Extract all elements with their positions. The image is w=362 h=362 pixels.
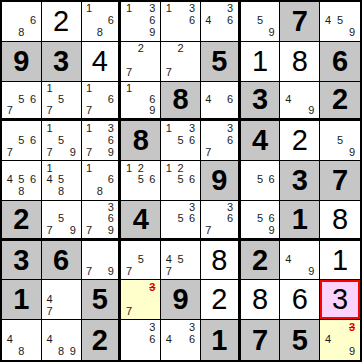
solved-digit: 3: [332, 285, 348, 314]
candidate-digit: 7: [44, 224, 56, 235]
candidate-digit: 4: [282, 254, 294, 266]
candidate-grid: 157: [44, 83, 79, 117]
cell-r2c1[interactable]: 9: [2, 42, 42, 82]
candidate-digit: 8: [16, 186, 28, 198]
candidate-digit: 4: [44, 293, 56, 305]
candidate-digit: 4: [4, 333, 16, 345]
cell-r8c1[interactable]: 1: [2, 280, 42, 320]
candidate-digit: 1: [84, 162, 95, 174]
solved-digit: 1: [252, 47, 268, 76]
cell-r4c1[interactable]: 567: [2, 121, 42, 161]
candidate-digit: 7: [123, 266, 135, 278]
cell-r1c7[interactable]: 59: [241, 2, 281, 42]
cell-r2c5[interactable]: 27: [161, 42, 201, 82]
cell-r5c1[interactable]: 4568: [2, 161, 42, 201]
candidate-digit: 1: [44, 83, 56, 94]
candidate-digit: 8: [94, 27, 105, 39]
candidate-digit: 6: [186, 15, 198, 27]
candidate-digit: 5: [175, 254, 187, 266]
candidate-digit: 9: [67, 146, 79, 158]
candidate-grid: 73: [123, 281, 158, 317]
cell-r4c6[interactable]: 367: [201, 121, 241, 161]
given-digit: 1: [211, 326, 227, 355]
candidate-digit: 3: [186, 122, 198, 134]
candidate-digit: 1: [123, 3, 135, 15]
candidate-digit: 6: [186, 333, 198, 345]
candidate-digit: 3: [186, 3, 198, 15]
cell-r9c8[interactable]: 5: [280, 320, 320, 360]
candidate-digit: 5: [16, 174, 28, 186]
cell-r5c6[interactable]: 9: [201, 161, 241, 201]
candidate-digit: 5: [16, 134, 28, 146]
candidate-digit: 9: [147, 27, 159, 39]
candidate-grid: 1458: [44, 162, 79, 198]
cell-r9c1[interactable]: 48: [2, 320, 42, 360]
candidate-digit: 6: [225, 94, 236, 105]
cell-r2c8[interactable]: 8: [280, 42, 320, 82]
candidate-digit: 8: [16, 27, 28, 39]
candidate-grid: 459: [322, 3, 358, 39]
candidate-grid: 457: [163, 242, 198, 278]
candidate-digit: 1: [44, 162, 56, 174]
candidate-digit: 4: [4, 174, 16, 186]
candidate-digit: 6: [105, 15, 116, 27]
given-digit: 5: [292, 326, 308, 355]
candidate-digit: 7: [4, 146, 16, 158]
cell-r5c9[interactable]: 7: [320, 161, 360, 201]
candidate-digit: 5: [55, 174, 67, 186]
candidate-digit: 9: [266, 224, 278, 235]
candidate-digit: 1: [163, 122, 175, 134]
eliminated-candidate: 3: [147, 281, 159, 293]
cell-r2c2[interactable]: 3: [42, 42, 82, 82]
candidate-digit: 3: [225, 122, 236, 134]
candidate-grid: 46: [203, 83, 236, 117]
candidate-digit: 4: [282, 94, 294, 105]
candidate-digit: 5: [334, 15, 346, 27]
solved-digit: 6: [292, 285, 308, 314]
candidate-digit: 3: [147, 321, 159, 333]
candidate-digit: 5: [55, 213, 67, 224]
given-digit: 6: [53, 246, 69, 275]
cell-r3c9[interactable]: 2: [320, 82, 360, 122]
candidate-digit: 1: [44, 122, 56, 134]
cell-r3c8[interactable]: 49: [280, 82, 320, 122]
cell-r3c1[interactable]: 567: [2, 82, 42, 122]
candidate-digit: 6: [225, 134, 236, 146]
candidate-grid: 346: [203, 3, 236, 39]
candidate-grid: 68: [4, 3, 39, 39]
candidate-digit: 4: [322, 333, 334, 345]
cell-r6c6[interactable]: 367: [201, 201, 241, 241]
candidate-digit: 4: [203, 94, 214, 105]
cell-r7c4[interactable]: 57: [121, 241, 161, 281]
candidate-digit: 9: [346, 346, 358, 358]
given-digit: 5: [211, 47, 227, 76]
candidate-digit: 3: [186, 321, 198, 333]
cell-r2c6[interactable]: 5: [201, 42, 241, 82]
cell-r4c5[interactable]: 1356: [161, 121, 201, 161]
candidate-digit: 6: [266, 174, 278, 186]
candidate-digit: 7: [84, 105, 95, 116]
candidate-digit: 9: [67, 224, 79, 235]
candidate-digit: 7: [84, 146, 95, 158]
candidate-digit: 4: [44, 174, 56, 186]
cell-r7c3[interactable]: 79: [82, 241, 122, 281]
candidate-digit: 7: [84, 266, 95, 278]
given-digit: 4: [252, 126, 268, 155]
candidate-digit: 6: [105, 94, 116, 105]
candidate-digit: 1: [163, 162, 175, 174]
candidate-grid: 1256: [123, 162, 158, 198]
given-digit: 8: [133, 126, 149, 155]
candidate-digit: 5: [55, 134, 67, 146]
cell-r7c5[interactable]: 457: [161, 241, 201, 281]
solved-digit: 1: [332, 246, 348, 275]
cell-r1c3[interactable]: 168: [82, 2, 122, 42]
cell-r7c1[interactable]: 3: [2, 241, 42, 281]
cell-r9c9[interactable]: 493: [320, 320, 360, 360]
candidate-digit: 2: [175, 43, 187, 55]
cell-r2c4[interactable]: 27: [121, 42, 161, 82]
candidate-digit: 7: [203, 224, 214, 235]
cell-r9c2[interactable]: 489: [42, 320, 82, 360]
candidate-grid: 49: [282, 83, 317, 117]
given-digit: 7: [252, 326, 268, 355]
cell-r3c7[interactable]: 3: [241, 82, 281, 122]
cell-r4c2[interactable]: 1579: [42, 121, 82, 161]
cell-r8c3[interactable]: 5: [82, 280, 122, 320]
candidate-grid: 1356: [163, 122, 198, 158]
given-digit: 5: [92, 285, 108, 314]
candidate-digit: 6: [266, 213, 278, 224]
cell-r3c4[interactable]: 169: [121, 82, 161, 122]
cell-r9c3[interactable]: 2: [82, 320, 122, 360]
candidate-digit: 6: [105, 174, 116, 186]
cell-r2c9[interactable]: 6: [320, 42, 360, 82]
candidate-grid: 367: [203, 122, 236, 158]
eliminated-candidate: 3: [346, 321, 358, 333]
candidate-grid: 59: [322, 122, 358, 158]
candidate-digit: 9: [105, 224, 116, 235]
candidate-grid: 169: [123, 83, 158, 117]
cell-r5c8[interactable]: 3: [280, 161, 320, 201]
given-digit: 2: [252, 246, 268, 275]
cell-r9c7[interactable]: 7: [241, 320, 281, 360]
candidate-digit: 4: [203, 15, 214, 27]
sudoku-board: 6821681369136346597459934272751865671571…: [0, 0, 362, 362]
given-digit: 9: [211, 166, 227, 195]
cell-r5c3[interactable]: 168: [82, 161, 122, 201]
given-digit: 3: [252, 85, 268, 114]
candidate-grid: 13679: [84, 122, 117, 158]
solved-digit: 2: [292, 126, 308, 155]
cell-r6c3[interactable]: 3679: [82, 201, 122, 241]
candidate-digit: 7: [123, 305, 135, 317]
candidate-digit: 6: [27, 174, 39, 186]
candidate-digit: 1: [84, 83, 95, 94]
given-digit: 8: [172, 85, 188, 114]
candidate-grid: 567: [4, 122, 39, 158]
cell-r4c3[interactable]: 13679: [82, 121, 122, 161]
candidate-digit: 5: [334, 134, 346, 146]
candidate-digit: 2: [175, 162, 187, 174]
solved-digit: 2: [53, 7, 69, 36]
candidate-digit: 9: [346, 27, 358, 39]
cell-r8c7[interactable]: 8: [241, 280, 281, 320]
candidate-digit: 4: [44, 333, 56, 345]
candidate-digit: 6: [27, 15, 39, 27]
cell-r9c5[interactable]: 346: [161, 320, 201, 360]
cell-r3c5[interactable]: 8: [161, 82, 201, 122]
cell-r7c6[interactable]: 8: [201, 241, 241, 281]
candidate-digit: 9: [306, 266, 318, 278]
candidate-digit: 5: [175, 213, 187, 224]
candidate-digit: 2: [135, 43, 147, 55]
cell-r6c4[interactable]: 4: [121, 201, 161, 241]
cell-r5c7[interactable]: 56: [241, 161, 281, 201]
candidate-digit: 6: [105, 134, 116, 146]
cell-r8c6[interactable]: 2: [201, 280, 241, 320]
cell-r1c8[interactable]: 7: [280, 2, 320, 42]
cell-r8c9[interactable]: 3: [320, 280, 360, 320]
candidate-digit: 5: [254, 174, 266, 186]
candidate-digit: 7: [203, 146, 214, 158]
solved-digit: 8: [292, 47, 308, 76]
candidate-digit: 3: [105, 122, 116, 134]
cell-r4c8[interactable]: 2: [280, 121, 320, 161]
candidate-grid: 56: [243, 162, 278, 198]
candidate-digit: 6: [147, 15, 159, 27]
cell-r6c9[interactable]: 8: [320, 201, 360, 241]
candidate-grid: 493: [322, 321, 358, 358]
candidate-digit: 1: [123, 162, 135, 174]
cell-r7c2[interactable]: 6: [42, 241, 82, 281]
candidate-grid: 57: [123, 242, 158, 278]
candidate-digit: 4: [322, 15, 334, 27]
candidate-grid: 3679: [84, 202, 117, 236]
candidate-digit: 7: [163, 266, 175, 278]
cell-r1c6[interactable]: 346: [201, 2, 241, 42]
cell-r8c4[interactable]: 73: [121, 280, 161, 320]
cell-r6c1[interactable]: 2: [2, 201, 42, 241]
cell-r4c4[interactable]: 8: [121, 121, 161, 161]
cell-r3c3[interactable]: 167: [82, 82, 122, 122]
candidate-grid: 168: [84, 162, 117, 198]
candidate-grid: 27: [123, 43, 158, 79]
candidate-digit: 6: [27, 94, 39, 105]
candidate-digit: 1: [84, 3, 95, 15]
candidate-digit: 5: [135, 254, 147, 266]
given-digit: 9: [172, 285, 188, 314]
candidate-digit: 6: [27, 134, 39, 146]
given-digit: 7: [332, 166, 348, 195]
candidate-digit: 1: [123, 83, 135, 94]
cell-r9c4[interactable]: 36: [121, 320, 161, 360]
given-digit: 2: [92, 326, 108, 355]
cell-r4c7[interactable]: 4: [241, 121, 281, 161]
candidate-digit: 7: [44, 105, 56, 116]
cell-r5c4[interactable]: 1256: [121, 161, 161, 201]
candidate-digit: 7: [123, 67, 135, 79]
candidate-digit: 5: [16, 94, 28, 105]
candidate-digit: 5: [254, 213, 266, 224]
cell-r6c2[interactable]: 579: [42, 201, 82, 241]
candidate-grid: 168: [84, 3, 117, 39]
candidate-grid: 346: [163, 321, 198, 358]
solved-digit: 8: [332, 205, 348, 234]
candidate-grid: 36: [123, 321, 158, 358]
candidate-grid: 579: [44, 202, 79, 236]
candidate-digit: 7: [84, 224, 95, 235]
candidate-digit: 7: [4, 105, 16, 116]
candidate-digit: 6: [186, 134, 198, 146]
candidate-grid: 4568: [4, 162, 39, 198]
cell-r1c9[interactable]: 459: [320, 2, 360, 42]
candidate-grid: 367: [203, 202, 236, 236]
cell-r3c2[interactable]: 157: [42, 82, 82, 122]
candidate-digit: 1: [163, 3, 175, 15]
candidate-grid: 1369: [123, 3, 158, 39]
cell-r2c3[interactable]: 4: [82, 42, 122, 82]
cell-r1c5[interactable]: 136: [161, 2, 201, 42]
candidate-digit: 1: [84, 122, 95, 134]
candidate-digit: 6: [147, 174, 159, 186]
cell-r1c1[interactable]: 68: [2, 2, 42, 42]
given-digit: 3: [53, 47, 69, 76]
cell-r9c6[interactable]: 1: [201, 320, 241, 360]
candidate-digit: 8: [94, 186, 105, 198]
candidate-digit: 9: [306, 105, 318, 116]
candidate-digit: 7: [44, 305, 56, 317]
cell-r4c9[interactable]: 59: [320, 121, 360, 161]
candidate-digit: 6: [186, 213, 198, 224]
candidate-grid: 79: [84, 242, 117, 278]
given-digit: 1: [13, 285, 29, 314]
cell-r1c2[interactable]: 2: [42, 2, 82, 42]
candidate-digit: 5: [175, 174, 187, 186]
candidate-digit: 9: [105, 266, 116, 278]
candidate-digit: 3: [147, 3, 159, 15]
candidate-digit: 7: [44, 146, 56, 158]
candidate-grid: 1256: [163, 162, 198, 198]
candidate-grid: 59: [243, 3, 278, 39]
candidate-grid: 27: [163, 43, 198, 79]
solved-digit: 2: [211, 285, 227, 314]
cell-r3c6[interactable]: 46: [201, 82, 241, 122]
given-digit: 9: [13, 47, 29, 76]
candidate-grid: 489: [44, 321, 79, 358]
cell-r7c9[interactable]: 1: [320, 241, 360, 281]
given-digit: 3: [13, 246, 29, 275]
cell-r8c2[interactable]: 47: [42, 280, 82, 320]
candidate-grid: 167: [84, 83, 117, 117]
cell-r6c7[interactable]: 569: [241, 201, 281, 241]
given-digit: 6: [332, 47, 348, 76]
candidate-grid: 48: [4, 321, 39, 358]
candidate-digit: 5: [254, 15, 266, 27]
solved-digit: 8: [252, 285, 268, 314]
cell-r2c7[interactable]: 1: [241, 42, 281, 82]
candidate-digit: 5: [135, 174, 147, 186]
candidate-digit: 6: [186, 174, 198, 186]
cell-r1c4[interactable]: 1369: [121, 2, 161, 42]
cell-r7c7[interactable]: 2: [241, 241, 281, 281]
candidate-digit: 3: [225, 3, 236, 15]
candidate-digit: 9: [346, 146, 358, 158]
candidate-grid: 47: [44, 281, 79, 317]
candidate-digit: 8: [16, 346, 28, 358]
given-digit: 2: [332, 85, 348, 114]
candidate-grid: 567: [4, 83, 39, 117]
given-digit: 2: [13, 205, 29, 234]
candidate-digit: 4: [163, 333, 175, 345]
candidate-grid: 49: [282, 242, 317, 278]
candidate-grid: 569: [243, 202, 278, 236]
cell-r8c5[interactable]: 9: [161, 280, 201, 320]
candidate-digit: 5: [175, 134, 187, 146]
candidate-digit: 9: [266, 27, 278, 39]
given-digit: 7: [292, 7, 308, 36]
given-digit: 3: [292, 166, 308, 195]
solved-digit: 4: [92, 47, 108, 76]
candidate-digit: 8: [55, 346, 67, 358]
candidate-digit: 9: [147, 105, 159, 116]
given-digit: 4: [133, 205, 149, 234]
candidate-digit: 6: [105, 213, 116, 224]
cell-r6c8[interactable]: 1: [280, 201, 320, 241]
candidate-digit: 7: [163, 67, 175, 79]
candidate-digit: 9: [105, 146, 116, 158]
cell-r7c8[interactable]: 49: [280, 241, 320, 281]
candidate-digit: 6: [225, 213, 236, 224]
cell-r5c2[interactable]: 1458: [42, 161, 82, 201]
candidate-grid: 1579: [44, 122, 79, 158]
candidate-digit: 4: [163, 254, 175, 266]
cell-r5c5[interactable]: 1256: [161, 161, 201, 201]
cell-r8c8[interactable]: 6: [280, 280, 320, 320]
cell-r6c5[interactable]: 356: [161, 201, 201, 241]
candidate-digit: 9: [67, 346, 79, 358]
candidate-digit: 5: [55, 94, 67, 105]
candidate-digit: 6: [147, 333, 159, 345]
candidate-digit: 8: [55, 186, 67, 198]
candidate-digit: 6: [225, 15, 236, 27]
candidate-grid: 136: [163, 3, 198, 39]
candidate-grid: 356: [163, 202, 198, 236]
candidate-digit: 2: [135, 162, 147, 174]
solved-digit: 8: [211, 246, 227, 275]
given-digit: 1: [292, 205, 308, 234]
